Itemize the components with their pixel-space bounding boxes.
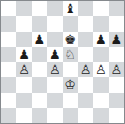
square-h2[interactable] <box>109 93 124 108</box>
square-e7[interactable] <box>63 16 78 31</box>
square-b7[interactable] <box>16 16 31 31</box>
black-pawn-h6: ♟ <box>110 32 122 45</box>
square-a2[interactable] <box>1 93 16 108</box>
square-f8[interactable] <box>78 1 93 16</box>
square-h1[interactable] <box>109 108 124 123</box>
square-h4[interactable]: ♙ <box>109 62 124 77</box>
square-e1[interactable] <box>63 108 78 123</box>
square-h3[interactable] <box>109 77 124 92</box>
white-pawn-g4: ♙ <box>95 63 107 76</box>
square-f7[interactable] <box>78 16 93 31</box>
square-a4[interactable] <box>1 62 16 77</box>
square-f4[interactable]: ♙ <box>78 62 93 77</box>
square-c1[interactable] <box>32 108 47 123</box>
square-h7[interactable] <box>109 16 124 31</box>
white-pawn-d4: ♙ <box>49 63 61 76</box>
square-d2[interactable] <box>47 93 62 108</box>
square-b6[interactable] <box>16 32 31 47</box>
square-g6[interactable]: ♟ <box>93 32 108 47</box>
black-bishop-e8: ♝ <box>64 2 76 15</box>
square-c5[interactable] <box>32 47 47 62</box>
square-d7[interactable] <box>47 16 62 31</box>
black-pawn-g6: ♟ <box>95 32 107 45</box>
board-grid: ♝♟♚♟♟♟♟♘♙♙♙♙♙♔ <box>0 0 125 124</box>
square-g8[interactable] <box>93 1 108 16</box>
square-h8[interactable] <box>109 1 124 16</box>
square-a8[interactable] <box>1 1 16 16</box>
square-b1[interactable] <box>16 108 31 123</box>
square-d8[interactable] <box>47 1 62 16</box>
square-g1[interactable] <box>93 108 108 123</box>
white-pawn-f4: ♙ <box>80 63 92 76</box>
square-d4[interactable]: ♙ <box>47 62 62 77</box>
square-b4[interactable]: ♙ <box>16 62 31 77</box>
square-d3[interactable] <box>47 77 62 92</box>
chess-board: ♝♟♚♟♟♟♟♘♙♙♙♙♙♔ <box>0 0 125 124</box>
square-e8[interactable]: ♝ <box>63 1 78 16</box>
square-f1[interactable] <box>78 108 93 123</box>
white-knight-e5: ♘ <box>64 47 76 60</box>
square-a7[interactable] <box>1 16 16 31</box>
square-e2[interactable] <box>63 93 78 108</box>
white-pawn-h4: ♙ <box>110 63 122 76</box>
square-a5[interactable] <box>1 47 16 62</box>
square-c7[interactable] <box>32 16 47 31</box>
square-a1[interactable] <box>1 108 16 123</box>
white-king-e3: ♔ <box>64 78 76 91</box>
square-a6[interactable] <box>1 32 16 47</box>
square-e6[interactable]: ♚ <box>63 32 78 47</box>
square-f3[interactable] <box>78 77 93 92</box>
square-h6[interactable]: ♟ <box>109 32 124 47</box>
square-b8[interactable] <box>16 1 31 16</box>
square-g5[interactable] <box>93 47 108 62</box>
square-h5[interactable] <box>109 47 124 62</box>
black-pawn-d5: ♟ <box>49 47 61 60</box>
square-c3[interactable] <box>32 77 47 92</box>
square-g7[interactable] <box>93 16 108 31</box>
square-f5[interactable] <box>78 47 93 62</box>
square-e5[interactable]: ♘ <box>63 47 78 62</box>
square-c8[interactable] <box>32 1 47 16</box>
square-b3[interactable] <box>16 77 31 92</box>
square-d5[interactable]: ♟ <box>47 47 62 62</box>
square-f2[interactable] <box>78 93 93 108</box>
square-d1[interactable] <box>47 108 62 123</box>
square-a3[interactable] <box>1 77 16 92</box>
square-b5[interactable]: ♟ <box>16 47 31 62</box>
square-b2[interactable] <box>16 93 31 108</box>
square-c4[interactable] <box>32 62 47 77</box>
square-e4[interactable] <box>63 62 78 77</box>
black-king-e6: ♚ <box>64 32 76 45</box>
black-pawn-c6: ♟ <box>34 32 46 45</box>
square-c2[interactable] <box>32 93 47 108</box>
black-pawn-b5: ♟ <box>18 47 30 60</box>
square-d6[interactable] <box>47 32 62 47</box>
square-f6[interactable] <box>78 32 93 47</box>
square-e3[interactable]: ♔ <box>63 77 78 92</box>
square-g2[interactable] <box>93 93 108 108</box>
square-g4[interactable]: ♙ <box>93 62 108 77</box>
square-g3[interactable] <box>93 77 108 92</box>
square-c6[interactable]: ♟ <box>32 32 47 47</box>
white-pawn-b4: ♙ <box>18 63 30 76</box>
